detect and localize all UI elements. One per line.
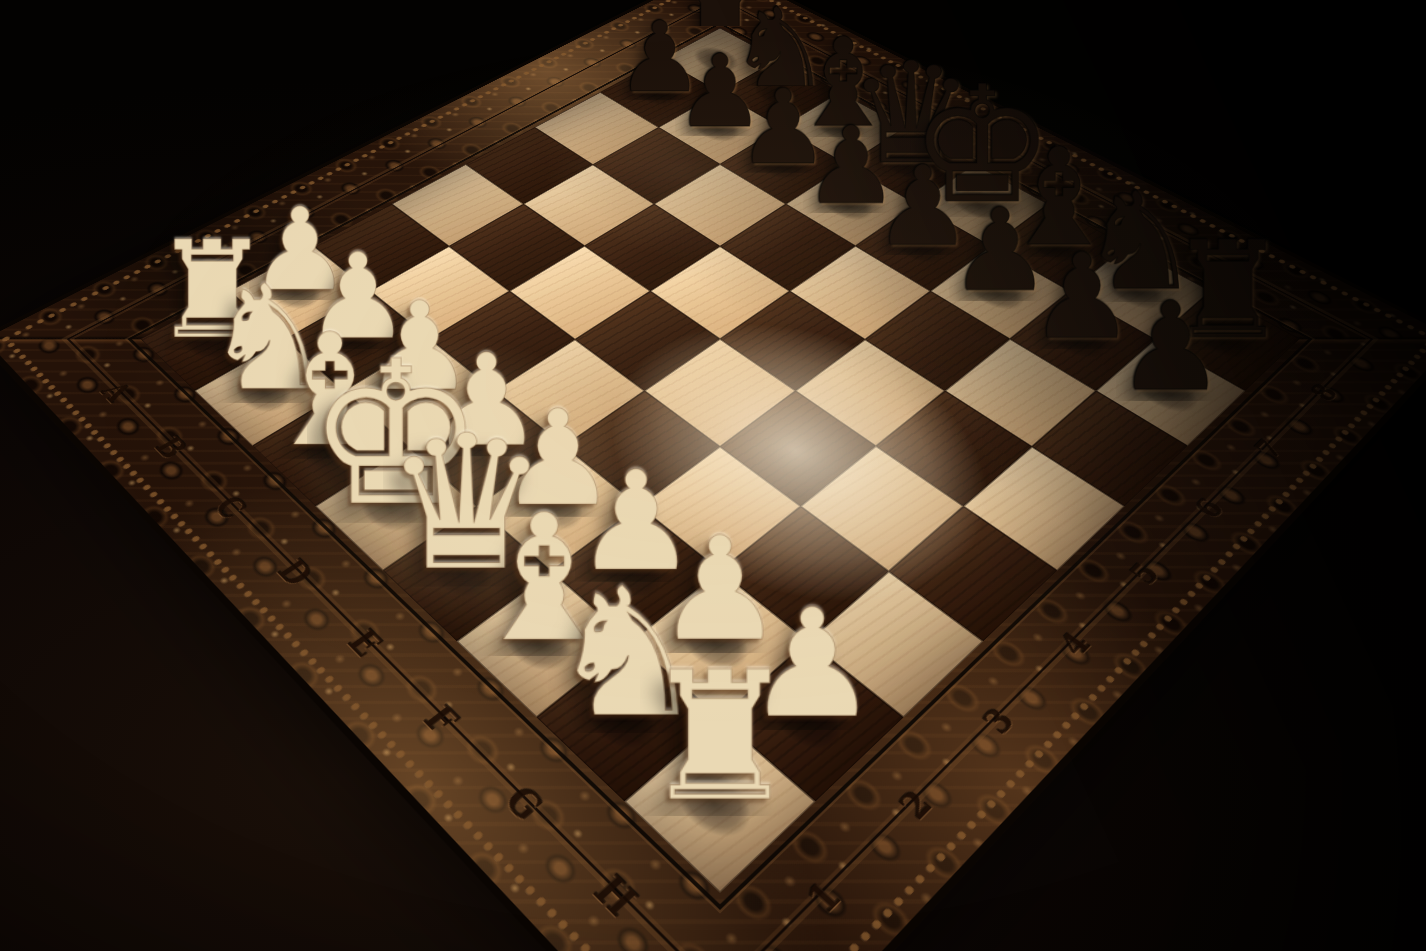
scene: ABCDEFGH12345678 ♜♞♝♛♚♝♞♜♟♟♟♟♟♟♟♟♟♟♟♟♟♟♟… — [0, 0, 1426, 951]
piece-white-rook[interactable]: ♜ — [640, 648, 799, 826]
photo-stage: { "game": "chess", "board_style": { "lig… — [0, 0, 1426, 951]
piece-black-pawn[interactable]: ♟ — [1116, 285, 1226, 407]
chess-board: ABCDEFGH12345678 ♜♞♝♛♚♝♞♜♟♟♟♟♟♟♟♟♟♟♟♟♟♟♟… — [0, 0, 1426, 951]
